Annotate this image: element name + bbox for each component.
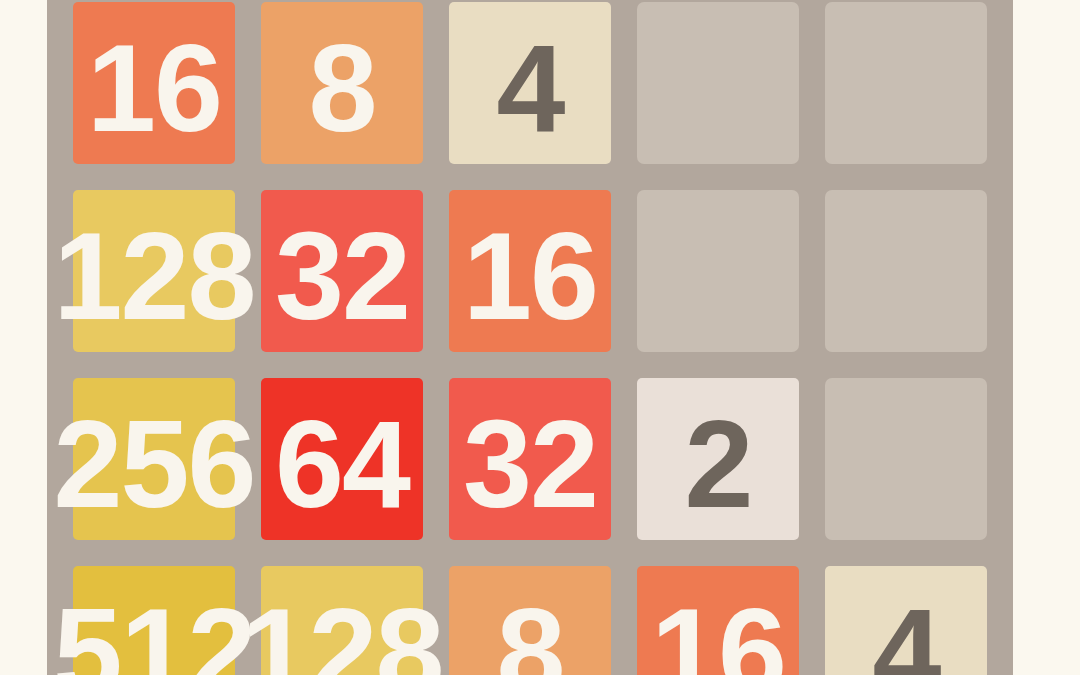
empty-cell-r0c4 (825, 2, 987, 164)
tile-16-r3c3 (637, 566, 799, 675)
tile-2-r2c3 (637, 378, 799, 540)
tile-64-r2c1 (261, 378, 423, 540)
tile-128-r1c0 (73, 190, 235, 352)
tile-128-r3c1 (261, 566, 423, 675)
tile-32-r1c1 (261, 190, 423, 352)
empty-cell-r1c3 (637, 190, 799, 352)
tile-32-r2c2 (449, 378, 611, 540)
tile-512-r3c0 (73, 566, 235, 675)
tiles-layer (47, 0, 1013, 675)
page-background: 16841283216256643225121288164 (0, 0, 1080, 675)
tile-256-r2c0 (73, 378, 235, 540)
empty-cell-r2c4 (825, 378, 987, 540)
tile-8-r0c1 (261, 2, 423, 164)
tile-4-r3c4 (825, 566, 987, 675)
empty-cell-r0c3 (637, 2, 799, 164)
tile-16-r0c0 (73, 2, 235, 164)
empty-cell-r1c4 (825, 190, 987, 352)
tile-4-r0c2 (449, 2, 611, 164)
tile-16-r1c2 (449, 190, 611, 352)
tile-8-r3c2 (449, 566, 611, 675)
